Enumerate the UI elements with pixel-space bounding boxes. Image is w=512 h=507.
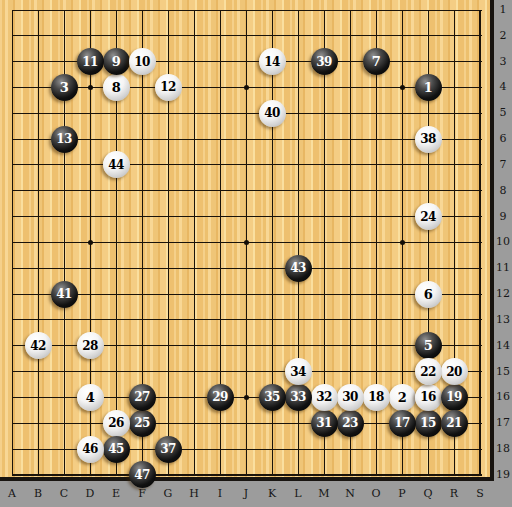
star-point-J10 [244,240,249,245]
stone-move-number: 47 [134,468,150,482]
stone-17-black-P17: 17 [389,410,416,437]
stone-30-white-N16: 30 [337,384,364,411]
stone-move-number: 42 [30,339,46,353]
stone-move-number: 32 [316,390,332,404]
grid-line-row-7 [12,164,482,165]
grid-line-row-8 [12,190,482,191]
stone-27-black-F16: 27 [129,384,156,411]
stone-move-number: 23 [342,416,358,430]
row-label-10: 10 [494,235,512,249]
column-label-N: N [340,486,360,502]
stone-39-black-M3: 39 [311,48,338,75]
row-label-5: 5 [494,106,512,120]
stone-move-number: 3 [60,80,69,95]
stone-14-white-K3: 14 [259,48,286,75]
grid-line-row-11 [12,268,482,269]
stone-47-black-F19: 47 [129,461,156,488]
stone-move-number: 6 [424,287,433,302]
column-label-E: E [106,486,126,502]
stone-26-white-E17: 26 [103,410,130,437]
stone-move-number: 40 [264,106,280,120]
grid-line-col-A [12,10,13,477]
stone-41-black-C12: 41 [51,281,78,308]
go-kifu-screenshot: 1234567891011121314151617181920212223242… [0,0,512,507]
grid-line-row-1 [12,10,482,11]
right-coordinate-strip [494,0,512,507]
stone-28-white-D14: 28 [77,332,104,359]
stone-move-number: 43 [290,261,306,275]
stone-move-number: 15 [420,416,436,430]
column-label-S: S [470,486,490,502]
stone-22-white-Q15: 22 [415,358,442,385]
row-label-11: 11 [494,261,512,275]
grid-line-row-12 [12,294,482,295]
row-label-14: 14 [494,339,512,353]
stone-move-number: 28 [82,339,98,353]
stone-move-number: 26 [108,416,124,430]
stone-move-number: 12 [160,80,176,94]
stone-35-black-K16: 35 [259,384,286,411]
stone-move-number: 24 [420,210,436,224]
column-label-L: L [288,486,308,502]
row-label-6: 6 [494,132,512,146]
stone-move-number: 22 [420,365,436,379]
stone-33-black-L16: 33 [285,384,312,411]
goban[interactable]: 1234567891011121314151617181920212223242… [0,0,494,481]
column-label-M: M [314,486,334,502]
column-label-H: H [184,486,204,502]
star-point-P10 [400,240,405,245]
stone-37-black-G18: 37 [155,436,182,463]
stone-move-number: 2 [398,390,407,405]
stone-31-black-M17: 31 [311,410,338,437]
stone-move-number: 9 [112,54,121,69]
column-label-Q: Q [418,486,438,502]
stone-move-number: 8 [112,80,121,95]
stone-move-number: 5 [424,338,433,353]
row-label-19: 19 [494,468,512,482]
grid-line-col-S [479,10,481,477]
stone-move-number: 10 [134,55,150,69]
stone-29-black-I16: 29 [207,384,234,411]
column-label-B: B [28,486,48,502]
row-label-4: 4 [494,80,512,94]
stone-move-number: 20 [446,365,462,379]
stone-4-white-D16: 4 [77,384,104,411]
stone-7-black-O3: 7 [363,48,390,75]
row-label-3: 3 [494,55,512,69]
column-label-F: F [132,486,152,502]
row-label-17: 17 [494,416,512,430]
stone-10-white-F3: 10 [129,48,156,75]
grid-line-row-6 [12,139,482,140]
column-label-O: O [366,486,386,502]
stone-move-number: 11 [82,55,98,69]
grid-line-row-15 [12,371,482,372]
stone-42-white-B14: 42 [25,332,52,359]
star-point-J16 [244,395,249,400]
stone-43-black-L11: 43 [285,255,312,282]
stone-move-number: 45 [108,442,124,456]
stone-8-white-E4: 8 [103,74,130,101]
stone-15-black-Q17: 15 [415,410,442,437]
column-label-C: C [54,486,74,502]
stone-move-number: 46 [82,442,98,456]
star-point-P4 [400,85,405,90]
grid-line-row-13 [12,319,482,320]
row-label-12: 12 [494,287,512,301]
stone-45-black-E18: 45 [103,436,130,463]
stone-move-number: 18 [368,390,384,404]
stone-move-number: 4 [86,390,95,405]
stone-46-white-D18: 46 [77,436,104,463]
column-label-A: A [2,486,22,502]
stone-move-number: 34 [290,365,306,379]
stone-2-white-P16: 2 [389,384,416,411]
stone-12-white-G4: 12 [155,74,182,101]
star-point-J4 [244,85,249,90]
column-label-J: J [236,486,256,502]
stone-move-number: 7 [372,54,381,69]
stone-24-white-Q9: 24 [415,203,442,230]
column-label-R: R [444,486,464,502]
stone-44-white-E7: 44 [103,151,130,178]
stone-20-white-R15: 20 [441,358,468,385]
stone-move-number: 16 [420,390,436,404]
stone-move-number: 44 [108,158,124,172]
stone-move-number: 29 [212,390,228,404]
stone-25-black-F17: 25 [129,410,156,437]
stone-21-black-R17: 21 [441,410,468,437]
grid-line-col-B [38,10,39,477]
column-label-P: P [392,486,412,502]
stone-move-number: 14 [264,55,280,69]
column-label-G: G [158,486,178,502]
stone-move-number: 38 [420,132,436,146]
stone-move-number: 35 [264,390,280,404]
stone-40-white-K5: 40 [259,100,286,127]
star-point-D4 [88,85,93,90]
stone-19-black-R16: 19 [441,384,468,411]
grid-line-col-H [194,10,195,477]
row-label-8: 8 [494,184,512,198]
stone-13-black-C6: 13 [51,126,78,153]
row-label-7: 7 [494,158,512,172]
row-label-2: 2 [494,29,512,43]
grid-line-row-5 [12,113,482,114]
stone-1-black-Q4: 1 [415,74,442,101]
stone-move-number: 27 [134,390,150,404]
stone-5-black-Q14: 5 [415,332,442,359]
column-label-D: D [80,486,100,502]
row-label-9: 9 [494,210,512,224]
stone-move-number: 41 [56,287,72,301]
row-label-16: 16 [494,390,512,404]
stone-move-number: 30 [342,390,358,404]
stone-move-number: 19 [446,390,462,404]
stone-move-number: 1 [424,80,433,95]
grid-line-row-9 [12,216,482,217]
row-label-1: 1 [494,3,512,17]
stone-18-white-O16: 18 [363,384,390,411]
stone-move-number: 21 [446,416,462,430]
star-point-D10 [88,240,93,245]
column-label-K: K [262,486,282,502]
stone-38-white-Q6: 38 [415,126,442,153]
stone-3-black-C4: 3 [51,74,78,101]
column-label-I: I [210,486,230,502]
stone-move-number: 39 [316,55,332,69]
stone-move-number: 25 [134,416,150,430]
grid-line-row-19 [12,474,482,476]
stone-9-black-E3: 9 [103,48,130,75]
stone-move-number: 37 [160,442,176,456]
stone-34-white-L15: 34 [285,358,312,385]
stone-11-black-D3: 11 [77,48,104,75]
row-label-15: 15 [494,365,512,379]
stone-move-number: 17 [394,416,410,430]
stone-16-white-Q16: 16 [415,384,442,411]
stone-32-white-M16: 32 [311,384,338,411]
stone-6-white-Q12: 6 [415,281,442,308]
stone-23-black-N17: 23 [337,410,364,437]
row-label-13: 13 [494,313,512,327]
stone-move-number: 13 [56,132,72,146]
row-label-18: 18 [494,442,512,456]
stone-move-number: 31 [316,416,332,430]
stone-move-number: 33 [290,390,306,404]
grid-line-row-2 [12,35,482,36]
